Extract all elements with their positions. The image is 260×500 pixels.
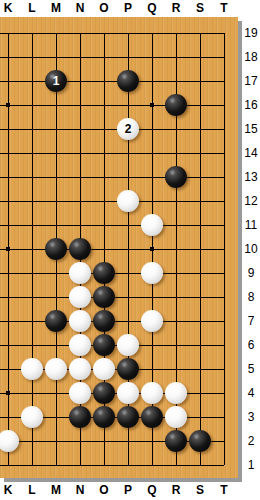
row-label-4: 4 (242, 385, 260, 401)
black-stone-R16 (165, 94, 187, 116)
black-stone-O9 (93, 262, 115, 284)
black-stone-N3 (69, 406, 91, 428)
black-stone-M7 (45, 310, 67, 332)
row-label-9: 9 (242, 265, 260, 281)
white-stone-K2 (0, 430, 19, 452)
column-label-top-Q: Q (140, 1, 164, 16)
white-stone-R4 (165, 382, 187, 404)
white-stone-P12 (117, 190, 139, 212)
white-stone-Q7 (141, 310, 163, 332)
row-label-1: 1 (242, 457, 260, 473)
stones-grid: 12 (0, 21, 236, 477)
column-label-top-N: N (68, 1, 92, 16)
black-stone-P3 (117, 406, 139, 428)
column-label-bottom-O: O (92, 483, 116, 498)
row-label-17: 17 (242, 73, 260, 89)
black-stone-M17: 1 (45, 70, 67, 92)
column-label-bottom-K: K (0, 483, 20, 498)
column-label-top-K: K (0, 1, 20, 16)
column-label-top-R: R (164, 1, 188, 16)
go-diagram: 12 KLMNOPQRST 19181716151413121110987654… (0, 0, 260, 500)
column-label-top-M: M (44, 1, 68, 16)
white-stone-N8 (69, 286, 91, 308)
white-stone-N4 (69, 382, 91, 404)
white-stone-L5 (21, 358, 43, 380)
white-stone-Q4 (141, 382, 163, 404)
white-stone-N9 (69, 262, 91, 284)
column-label-bottom-T: T (212, 483, 236, 498)
white-stone-P4 (117, 382, 139, 404)
row-label-19: 19 (242, 25, 260, 41)
row-label-10: 10 (242, 241, 260, 257)
column-label-bottom-P: P (116, 483, 140, 498)
black-stone-O8 (93, 286, 115, 308)
column-label-top-S: S (188, 1, 212, 16)
black-stone-O4 (93, 382, 115, 404)
white-stone-Q11 (141, 214, 163, 236)
black-stone-N10 (69, 238, 91, 260)
column-label-top-T: T (212, 1, 236, 16)
black-stone-Q3 (141, 406, 163, 428)
black-stone-P17 (117, 70, 139, 92)
row-label-3: 3 (242, 409, 260, 425)
column-label-top-P: P (116, 1, 140, 16)
column-label-bottom-R: R (164, 483, 188, 498)
black-stone-S2 (189, 430, 211, 452)
column-label-bottom-N: N (68, 483, 92, 498)
column-label-top-O: O (92, 1, 116, 16)
white-stone-M5 (45, 358, 67, 380)
white-stone-Q9 (141, 262, 163, 284)
black-stone-P5 (117, 358, 139, 380)
black-stone-O3 (93, 406, 115, 428)
column-label-top-L: L (20, 1, 44, 16)
row-label-11: 11 (242, 217, 260, 233)
move-number-label: 2 (125, 123, 132, 135)
black-stone-R2 (165, 430, 187, 452)
row-label-2: 2 (242, 433, 260, 449)
white-stone-P15: 2 (117, 118, 139, 140)
row-label-15: 15 (242, 121, 260, 137)
row-label-12: 12 (242, 193, 260, 209)
white-stone-P6 (117, 334, 139, 356)
white-stone-N5 (69, 358, 91, 380)
white-stone-L3 (21, 406, 43, 428)
go-board[interactable]: 12 (0, 17, 238, 478)
row-label-16: 16 (242, 97, 260, 113)
column-label-bottom-S: S (188, 483, 212, 498)
black-stone-R13 (165, 166, 187, 188)
move-number-label: 1 (53, 75, 60, 87)
white-stone-N7 (69, 310, 91, 332)
row-label-8: 8 (242, 289, 260, 305)
row-label-18: 18 (242, 49, 260, 65)
row-label-5: 5 (242, 361, 260, 377)
row-label-7: 7 (242, 313, 260, 329)
row-label-14: 14 (242, 145, 260, 161)
black-stone-O7 (93, 310, 115, 332)
white-stone-O5 (93, 358, 115, 380)
row-label-13: 13 (242, 169, 260, 185)
white-stone-N6 (69, 334, 91, 356)
white-stone-R3 (165, 406, 187, 428)
column-label-bottom-Q: Q (140, 483, 164, 498)
column-label-bottom-L: L (20, 483, 44, 498)
black-stone-O6 (93, 334, 115, 356)
black-stone-M10 (45, 238, 67, 260)
row-label-6: 6 (242, 337, 260, 353)
column-label-bottom-M: M (44, 483, 68, 498)
